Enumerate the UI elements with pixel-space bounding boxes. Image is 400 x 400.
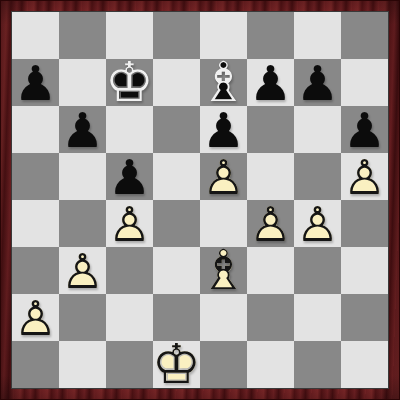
square-c6[interactable] [106, 106, 153, 153]
square-a5[interactable] [12, 153, 59, 200]
piece-fill-glyph: ♟ [200, 106, 247, 153]
black-pawn[interactable]: ♟ [294, 59, 341, 106]
square-d3[interactable] [153, 247, 200, 294]
square-f1[interactable] [247, 341, 294, 388]
white-pawn[interactable]: ♟♙ [294, 200, 341, 247]
square-g2[interactable] [294, 294, 341, 341]
square-f7[interactable]: ♟ [247, 59, 294, 106]
piece-outline-glyph: ♙ [59, 247, 106, 294]
square-g1[interactable] [294, 341, 341, 388]
square-h6[interactable]: ♟ [341, 106, 388, 153]
square-g7[interactable]: ♟ [294, 59, 341, 106]
piece-outline-glyph: ♙ [200, 153, 247, 200]
piece-fill-glyph: ♟ [106, 153, 153, 200]
piece-fill-glyph: ♟ [59, 106, 106, 153]
white-bishop[interactable]: ♝♗ [200, 247, 247, 294]
piece-outline-glyph: ♙ [106, 200, 153, 247]
square-a4[interactable] [12, 200, 59, 247]
square-b4[interactable] [59, 200, 106, 247]
white-pawn[interactable]: ♟♙ [106, 200, 153, 247]
board-frame: ♟♚♔♝♗♟♟♟♟♟♟♟♙♟♙♟♙♟♙♟♙♟♙♝♗♟♙♚♔ [0, 0, 400, 400]
square-c3[interactable] [106, 247, 153, 294]
white-king[interactable]: ♚♔ [153, 341, 200, 388]
white-pawn[interactable]: ♟♙ [341, 153, 388, 200]
black-pawn[interactable]: ♟ [200, 106, 247, 153]
piece-outline-glyph: ♙ [341, 153, 388, 200]
square-g3[interactable] [294, 247, 341, 294]
square-e5[interactable]: ♟♙ [200, 153, 247, 200]
piece-outline-glyph: ♙ [294, 200, 341, 247]
square-d1[interactable]: ♚♔ [153, 341, 200, 388]
square-d8[interactable] [153, 12, 200, 59]
square-h1[interactable] [341, 341, 388, 388]
square-b7[interactable] [59, 59, 106, 106]
square-d4[interactable] [153, 200, 200, 247]
piece-outline-glyph: ♔ [106, 59, 153, 106]
black-pawn[interactable]: ♟ [59, 106, 106, 153]
white-pawn[interactable]: ♟♙ [247, 200, 294, 247]
piece-outline-glyph: ♙ [12, 294, 59, 341]
black-pawn[interactable]: ♟ [12, 59, 59, 106]
square-b8[interactable] [59, 12, 106, 59]
square-a6[interactable] [12, 106, 59, 153]
black-pawn[interactable]: ♟ [341, 106, 388, 153]
square-g4[interactable]: ♟♙ [294, 200, 341, 247]
square-d7[interactable] [153, 59, 200, 106]
white-pawn[interactable]: ♟♙ [59, 247, 106, 294]
square-f5[interactable] [247, 153, 294, 200]
square-f4[interactable]: ♟♙ [247, 200, 294, 247]
square-a2[interactable]: ♟♙ [12, 294, 59, 341]
square-c5[interactable]: ♟ [106, 153, 153, 200]
square-f8[interactable] [247, 12, 294, 59]
square-e1[interactable] [200, 341, 247, 388]
square-d5[interactable] [153, 153, 200, 200]
square-g6[interactable] [294, 106, 341, 153]
white-pawn[interactable]: ♟♙ [200, 153, 247, 200]
square-c4[interactable]: ♟♙ [106, 200, 153, 247]
square-e3[interactable]: ♝♗ [200, 247, 247, 294]
chess-board: ♟♚♔♝♗♟♟♟♟♟♟♟♙♟♙♟♙♟♙♟♙♟♙♝♗♟♙♚♔ [11, 11, 389, 389]
piece-outline-glyph: ♔ [153, 341, 200, 388]
square-h7[interactable] [341, 59, 388, 106]
square-h4[interactable] [341, 200, 388, 247]
square-a1[interactable] [12, 341, 59, 388]
square-g5[interactable] [294, 153, 341, 200]
white-pawn[interactable]: ♟♙ [12, 294, 59, 341]
square-b5[interactable] [59, 153, 106, 200]
black-king[interactable]: ♚♔ [106, 59, 153, 106]
square-a8[interactable] [12, 12, 59, 59]
square-e6[interactable]: ♟ [200, 106, 247, 153]
piece-fill-glyph: ♟ [294, 59, 341, 106]
square-h5[interactable]: ♟♙ [341, 153, 388, 200]
piece-fill-glyph: ♟ [341, 106, 388, 153]
square-b2[interactable] [59, 294, 106, 341]
square-f6[interactable] [247, 106, 294, 153]
square-f3[interactable] [247, 247, 294, 294]
square-h3[interactable] [341, 247, 388, 294]
piece-fill-glyph: ♟ [247, 59, 294, 106]
square-c7[interactable]: ♚♔ [106, 59, 153, 106]
black-pawn[interactable]: ♟ [106, 153, 153, 200]
black-pawn[interactable]: ♟ [247, 59, 294, 106]
square-f2[interactable] [247, 294, 294, 341]
square-c2[interactable] [106, 294, 153, 341]
square-g8[interactable] [294, 12, 341, 59]
square-b1[interactable] [59, 341, 106, 388]
square-b6[interactable]: ♟ [59, 106, 106, 153]
square-e7[interactable]: ♝♗ [200, 59, 247, 106]
square-e2[interactable] [200, 294, 247, 341]
square-a7[interactable]: ♟ [12, 59, 59, 106]
piece-fill-glyph: ♟ [12, 59, 59, 106]
square-c1[interactable] [106, 341, 153, 388]
square-b3[interactable]: ♟♙ [59, 247, 106, 294]
piece-outline-glyph: ♗ [200, 247, 247, 294]
piece-outline-glyph: ♗ [200, 59, 247, 106]
black-bishop[interactable]: ♝♗ [200, 59, 247, 106]
square-a3[interactable] [12, 247, 59, 294]
square-d6[interactable] [153, 106, 200, 153]
piece-outline-glyph: ♙ [247, 200, 294, 247]
square-h8[interactable] [341, 12, 388, 59]
square-h2[interactable] [341, 294, 388, 341]
